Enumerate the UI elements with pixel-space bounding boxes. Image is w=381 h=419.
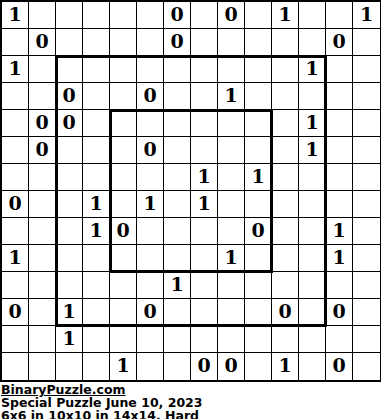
cell-r1c3[interactable] [83,29,110,56]
cell-r4c4[interactable] [110,110,137,137]
cell-r5c13[interactable] [353,137,380,164]
cell-r8c0[interactable] [2,218,29,245]
cell-r9c4[interactable] [110,245,137,272]
cell-r3c12[interactable] [326,83,353,110]
cell-r4c2-given[interactable]: 0 [56,110,83,137]
cell-r8c5[interactable] [137,218,164,245]
cell-r0c11[interactable] [299,2,326,29]
cell-r2c8[interactable] [218,56,245,83]
cell-r2c11-given[interactable]: 1 [299,56,326,83]
cell-r11c9[interactable] [245,299,272,326]
cell-r1c5[interactable] [137,29,164,56]
cell-r12c5[interactable] [137,326,164,353]
cell-r12c3[interactable] [83,326,110,353]
cell-r1c13[interactable] [353,29,380,56]
cell-r13c5[interactable] [137,353,164,380]
cell-r8c6[interactable] [164,218,191,245]
cell-r8c8[interactable] [218,218,245,245]
cell-r4c9[interactable] [245,110,272,137]
cell-r3c8-given[interactable]: 1 [218,83,245,110]
cell-r2c7[interactable] [191,56,218,83]
cell-r2c4[interactable] [110,56,137,83]
cell-r3c13[interactable] [353,83,380,110]
cell-r10c4[interactable] [110,272,137,299]
cell-r3c1[interactable] [29,83,56,110]
cell-r0c1[interactable] [29,2,56,29]
cell-r8c13[interactable] [353,218,380,245]
cell-r7c3-given[interactable]: 1 [83,191,110,218]
cell-r0c4[interactable] [110,2,137,29]
cell-r13c11[interactable] [299,353,326,380]
cell-r5c4[interactable] [110,137,137,164]
cell-r5c3[interactable] [83,137,110,164]
cell-r1c11[interactable] [299,29,326,56]
cell-r1c7[interactable] [191,29,218,56]
cell-r6c1[interactable] [29,164,56,191]
cell-r10c7[interactable] [191,272,218,299]
cell-r0c8-given[interactable]: 0 [218,2,245,29]
cell-r8c4-given[interactable]: 0 [110,218,137,245]
cell-r1c12-given[interactable]: 0 [326,29,353,56]
cell-r0c6-given[interactable]: 0 [164,2,191,29]
cell-r5c11-given[interactable]: 1 [299,137,326,164]
cell-r11c2-given[interactable]: 1 [56,299,83,326]
cell-r6c5[interactable] [137,164,164,191]
cell-r8c10[interactable] [272,218,299,245]
cell-r7c0-given[interactable]: 0 [2,191,29,218]
cell-r0c12[interactable] [326,2,353,29]
cell-r9c6[interactable] [164,245,191,272]
cell-r12c10[interactable] [272,326,299,353]
cell-r10c5[interactable] [137,272,164,299]
cell-r6c10[interactable] [272,164,299,191]
cell-r2c5[interactable] [137,56,164,83]
cell-r2c9[interactable] [245,56,272,83]
cell-r11c10-given[interactable]: 0 [272,299,299,326]
cell-r10c2[interactable] [56,272,83,299]
cell-r13c6[interactable] [164,353,191,380]
cell-r9c2[interactable] [56,245,83,272]
cell-r12c7[interactable] [191,326,218,353]
cell-r5c9[interactable] [245,137,272,164]
cell-r5c8[interactable] [218,137,245,164]
cell-r10c11[interactable] [299,272,326,299]
cell-r13c10-given[interactable]: 1 [272,353,299,380]
cell-r8c12-given[interactable]: 1 [326,218,353,245]
cell-r3c9[interactable] [245,83,272,110]
cell-r13c8-given[interactable]: 0 [218,353,245,380]
cell-r7c5-given[interactable]: 1 [137,191,164,218]
cell-r1c2[interactable] [56,29,83,56]
cell-r12c4[interactable] [110,326,137,353]
cell-r9c10[interactable] [272,245,299,272]
cell-r3c2-given[interactable]: 0 [56,83,83,110]
cell-r7c11[interactable] [299,191,326,218]
cell-r9c3[interactable] [83,245,110,272]
cell-r7c9[interactable] [245,191,272,218]
cell-r1c0[interactable] [2,29,29,56]
cell-r9c8-given[interactable]: 1 [218,245,245,272]
cell-r10c9[interactable] [245,272,272,299]
cell-r9c12-given[interactable]: 1 [326,245,353,272]
cell-r6c2[interactable] [56,164,83,191]
cell-r13c9[interactable] [245,353,272,380]
cell-r3c7[interactable] [191,83,218,110]
cell-r4c8[interactable] [218,110,245,137]
cell-r3c3[interactable] [83,83,110,110]
cell-r13c13[interactable] [353,353,380,380]
cell-r10c10[interactable] [272,272,299,299]
cell-r6c4[interactable] [110,164,137,191]
cell-r6c12[interactable] [326,164,353,191]
cell-r3c6[interactable] [164,83,191,110]
cell-r11c4[interactable] [110,299,137,326]
cell-r11c6[interactable] [164,299,191,326]
cell-r10c13[interactable] [353,272,380,299]
cell-r2c6[interactable] [164,56,191,83]
cell-r5c1-given[interactable]: 0 [29,137,56,164]
cell-r13c0[interactable] [2,353,29,380]
cell-r6c3[interactable] [83,164,110,191]
cell-r6c8[interactable] [218,164,245,191]
cell-r4c12[interactable] [326,110,353,137]
cell-r2c1[interactable] [29,56,56,83]
puzzle-subtitle: 6x6 in 10x10 in 14x14, Hard [1,409,381,419]
cell-r4c5[interactable] [137,110,164,137]
cell-r5c10[interactable] [272,137,299,164]
caption: BinaryPuzzle.com Special Puzzle June 10,… [0,382,381,419]
cell-r7c7-given[interactable]: 1 [191,191,218,218]
cell-r6c6[interactable] [164,164,191,191]
cell-r12c11[interactable] [299,326,326,353]
cell-r11c12-given[interactable]: 0 [326,299,353,326]
cell-r4c11-given[interactable]: 1 [299,110,326,137]
cell-r11c11[interactable] [299,299,326,326]
cell-r13c2[interactable] [56,353,83,380]
cell-r4c10[interactable] [272,110,299,137]
cell-r7c4[interactable] [110,191,137,218]
cell-r4c6[interactable] [164,110,191,137]
cell-r2c12[interactable] [326,56,353,83]
cell-r8c2[interactable] [56,218,83,245]
cell-r12c8[interactable] [218,326,245,353]
cell-r4c13[interactable] [353,110,380,137]
cell-r10c12[interactable] [326,272,353,299]
cell-r7c12[interactable] [326,191,353,218]
cell-r11c1[interactable] [29,299,56,326]
cell-r12c12[interactable] [326,326,353,353]
cell-r13c3[interactable] [83,353,110,380]
cell-r7c10[interactable] [272,191,299,218]
cell-r0c2[interactable] [56,2,83,29]
cell-r1c4[interactable] [110,29,137,56]
cell-r9c0-given[interactable]: 1 [2,245,29,272]
cell-r2c3[interactable] [83,56,110,83]
cell-r0c7[interactable] [191,2,218,29]
cell-r9c7[interactable] [191,245,218,272]
cell-r1c1-given[interactable]: 0 [29,29,56,56]
cell-r6c9-given[interactable]: 1 [245,164,272,191]
cell-r6c7-given[interactable]: 1 [191,164,218,191]
cell-r6c13[interactable] [353,164,380,191]
cell-r3c5-given[interactable]: 0 [137,83,164,110]
cell-r11c3[interactable] [83,299,110,326]
cell-r1c6-given[interactable]: 0 [164,29,191,56]
cell-r5c6[interactable] [164,137,191,164]
cell-r12c2-given[interactable]: 1 [56,326,83,353]
cell-r9c9[interactable] [245,245,272,272]
cell-r8c7[interactable] [191,218,218,245]
cell-r0c10-given[interactable]: 1 [272,2,299,29]
cell-r0c13-given[interactable]: 1 [353,2,380,29]
cell-r7c8[interactable] [218,191,245,218]
cell-r2c10[interactable] [272,56,299,83]
cell-r1c9[interactable] [245,29,272,56]
cell-r3c0[interactable] [2,83,29,110]
cell-r12c13[interactable] [353,326,380,353]
cell-r3c4[interactable] [110,83,137,110]
cell-r11c5-given[interactable]: 0 [137,299,164,326]
cell-r13c12-given[interactable]: 0 [326,353,353,380]
cell-r0c5[interactable] [137,2,164,29]
cell-r12c1[interactable] [29,326,56,353]
cell-r11c7[interactable] [191,299,218,326]
cell-r3c10[interactable] [272,83,299,110]
cell-r8c3-given[interactable]: 1 [83,218,110,245]
cell-r11c13[interactable] [353,299,380,326]
cell-r7c6[interactable] [164,191,191,218]
cell-r12c6[interactable] [164,326,191,353]
cell-r10c8[interactable] [218,272,245,299]
cell-r5c5-given[interactable]: 0 [137,137,164,164]
cell-r13c1[interactable] [29,353,56,380]
cell-r5c0[interactable] [2,137,29,164]
cell-r4c1-given[interactable]: 0 [29,110,56,137]
cell-r6c11[interactable] [299,164,326,191]
cell-r2c2[interactable] [56,56,83,83]
cell-r9c5[interactable] [137,245,164,272]
cell-r12c9[interactable] [245,326,272,353]
cell-r13c7-given[interactable]: 0 [191,353,218,380]
cell-r11c8[interactable] [218,299,245,326]
cell-r3c11[interactable] [299,83,326,110]
cell-r7c2[interactable] [56,191,83,218]
cell-r10c3[interactable] [83,272,110,299]
cell-r1c10[interactable] [272,29,299,56]
cell-r10c6-given[interactable]: 1 [164,272,191,299]
cell-r9c13[interactable] [353,245,380,272]
cell-r0c3[interactable] [83,2,110,29]
cell-r5c12[interactable] [326,137,353,164]
cell-r7c13[interactable] [353,191,380,218]
cell-r7c1[interactable] [29,191,56,218]
cell-r1c8[interactable] [218,29,245,56]
cell-r8c1[interactable] [29,218,56,245]
cell-r2c0-given[interactable]: 1 [2,56,29,83]
cell-r4c7[interactable] [191,110,218,137]
cell-r10c0[interactable] [2,272,29,299]
cell-r9c11[interactable] [299,245,326,272]
cell-r5c7[interactable] [191,137,218,164]
cell-r8c11[interactable] [299,218,326,245]
cell-r0c0-given[interactable]: 1 [2,2,29,29]
cell-r11c0-given[interactable]: 0 [2,299,29,326]
cell-r9c1[interactable] [29,245,56,272]
cell-r5c2[interactable] [56,137,83,164]
cell-r10c1[interactable] [29,272,56,299]
cell-r13c4-given[interactable]: 1 [110,353,137,380]
cell-r4c3[interactable] [83,110,110,137]
cell-r0c9[interactable] [245,2,272,29]
cell-r2c13[interactable] [353,56,380,83]
cell-r4c0[interactable] [2,110,29,137]
cell-r12c0[interactable] [2,326,29,353]
board: 1001100011001001001110111100111110100011… [0,0,381,382]
cell-r6c0[interactable] [2,164,29,191]
binary-puzzle-page: 1001100011001001001110111100111110100011… [0,0,381,419]
cell-r8c9-given[interactable]: 0 [245,218,272,245]
